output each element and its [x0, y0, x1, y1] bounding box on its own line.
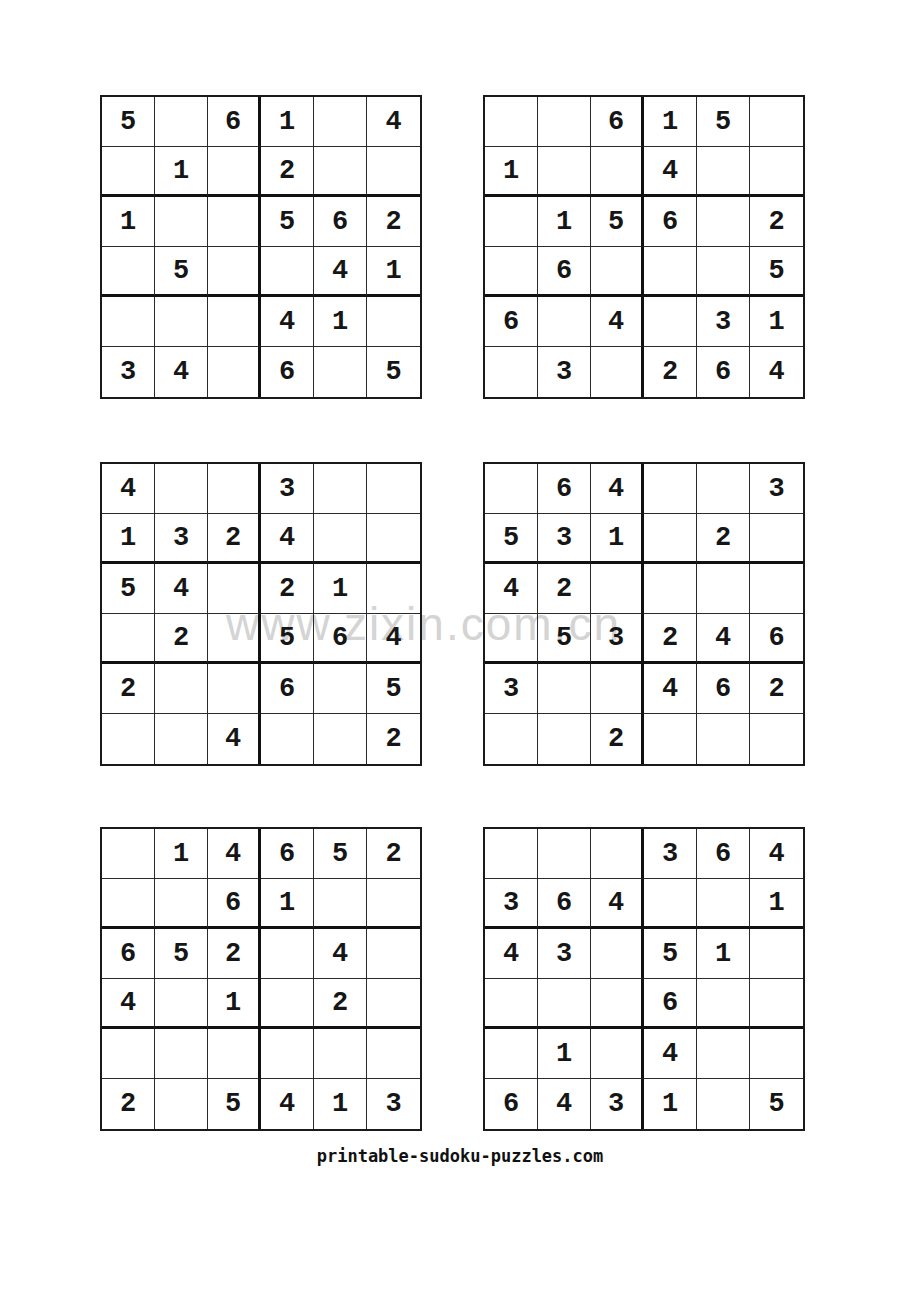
sudoku-cell	[591, 929, 644, 979]
sudoku-cell	[314, 714, 367, 764]
sudoku-cell: 6	[261, 829, 314, 879]
sudoku-cell: 4	[208, 714, 261, 764]
sudoku-cell	[155, 664, 208, 714]
sudoku-cell: 5	[697, 97, 750, 147]
sudoku-cell: 2	[591, 714, 644, 764]
sudoku-cell	[697, 1079, 750, 1129]
page: { "game": "sudoku", "variant": "6x6 sudo…	[0, 0, 920, 1302]
sudoku-cell: 6	[538, 879, 591, 929]
sudoku-cell: 4	[314, 929, 367, 979]
sudoku-cell	[485, 197, 538, 247]
sudoku-cell: 2	[102, 1079, 155, 1129]
sudoku-cell: 4	[485, 564, 538, 614]
sudoku-cell	[102, 247, 155, 297]
sudoku-cell	[208, 247, 261, 297]
sudoku-cell	[367, 514, 420, 564]
sudoku-cell: 2	[750, 197, 803, 247]
sudoku-cell: 4	[102, 979, 155, 1029]
sudoku-cell	[261, 714, 314, 764]
sudoku-cell: 2	[102, 664, 155, 714]
sudoku-cell: 4	[208, 829, 261, 879]
sudoku-cell: 3	[538, 347, 591, 397]
sudoku-cell	[485, 464, 538, 514]
sudoku-cell	[102, 879, 155, 929]
sudoku-cell: 1	[314, 297, 367, 347]
sudoku-grid-4: 6435312425324634622	[483, 462, 805, 766]
sudoku-cell: 2	[697, 514, 750, 564]
sudoku-cell	[208, 564, 261, 614]
sudoku-cell: 1	[261, 97, 314, 147]
sudoku-cell: 3	[750, 464, 803, 514]
sudoku-cell: 6	[485, 297, 538, 347]
sudoku-grid-3: 4313245421256426542	[100, 462, 422, 766]
sudoku-cell: 1	[155, 829, 208, 879]
sudoku-cell: 6	[697, 829, 750, 879]
sudoku-cell: 4	[644, 1029, 697, 1079]
sudoku-cell	[208, 614, 261, 664]
sudoku-cell: 3	[485, 879, 538, 929]
sudoku-cell: 1	[208, 979, 261, 1029]
sudoku-cell: 6	[314, 614, 367, 664]
sudoku-cell	[697, 147, 750, 197]
sudoku-cell: 4	[102, 464, 155, 514]
sudoku-cell	[208, 464, 261, 514]
sudoku-cell	[155, 979, 208, 1029]
sudoku-cell	[261, 979, 314, 1029]
sudoku-cell	[591, 664, 644, 714]
sudoku-cell: 2	[538, 564, 591, 614]
sudoku-cell	[538, 97, 591, 147]
sudoku-cell: 4	[591, 464, 644, 514]
sudoku-cell	[208, 147, 261, 197]
sudoku-cell	[102, 1029, 155, 1079]
sudoku-cell: 5	[367, 664, 420, 714]
sudoku-cell: 5	[644, 929, 697, 979]
sudoku-cell	[208, 197, 261, 247]
sudoku-cell: 4	[261, 297, 314, 347]
sudoku-cell	[485, 247, 538, 297]
sudoku-cell: 6	[538, 247, 591, 297]
sudoku-cell: 2	[644, 614, 697, 664]
sudoku-cell	[591, 979, 644, 1029]
sudoku-grid-5: 1465261652441225413	[100, 827, 422, 1131]
sudoku-cell	[538, 147, 591, 197]
sudoku-cell: 4	[750, 347, 803, 397]
sudoku-cell	[644, 514, 697, 564]
sudoku-cell	[261, 247, 314, 297]
sudoku-cell: 6	[208, 97, 261, 147]
sudoku-cell: 6	[208, 879, 261, 929]
sudoku-cell	[750, 564, 803, 614]
sudoku-cell: 4	[485, 929, 538, 979]
sudoku-cell: 2	[208, 514, 261, 564]
sudoku-cell	[485, 614, 538, 664]
sudoku-cell: 4	[750, 829, 803, 879]
sudoku-cell	[314, 879, 367, 929]
sudoku-cell: 5	[261, 197, 314, 247]
sudoku-cell: 4	[644, 664, 697, 714]
sudoku-cell: 3	[644, 829, 697, 879]
sudoku-cell: 4	[538, 1079, 591, 1129]
sudoku-cell	[591, 247, 644, 297]
sudoku-cell	[155, 1079, 208, 1129]
sudoku-cell: 3	[485, 664, 538, 714]
sudoku-cell: 2	[367, 197, 420, 247]
sudoku-cell	[750, 1029, 803, 1079]
sudoku-cell: 3	[591, 614, 644, 664]
sudoku-cell	[485, 347, 538, 397]
sudoku-cell	[644, 464, 697, 514]
sudoku-cell	[697, 247, 750, 297]
sudoku-cell: 1	[155, 147, 208, 197]
sudoku-cell: 5	[102, 564, 155, 614]
sudoku-cell: 1	[367, 247, 420, 297]
sudoku-cell	[697, 564, 750, 614]
sudoku-cell: 5	[155, 247, 208, 297]
sudoku-grid-2: 6151415626564313264	[483, 95, 805, 399]
sudoku-cell	[208, 297, 261, 347]
sudoku-cell: 3	[155, 514, 208, 564]
sudoku-cell	[367, 929, 420, 979]
sudoku-cell: 6	[538, 464, 591, 514]
sudoku-cell	[591, 1029, 644, 1079]
sudoku-cell	[485, 714, 538, 764]
sudoku-cell: 5	[314, 829, 367, 879]
sudoku-cell: 4	[261, 514, 314, 564]
sudoku-cell	[644, 297, 697, 347]
sudoku-cell	[367, 979, 420, 1029]
sudoku-cell	[314, 97, 367, 147]
sudoku-cell	[538, 714, 591, 764]
sudoku-cell	[644, 714, 697, 764]
sudoku-cell: 2	[644, 347, 697, 397]
sudoku-cell: 5	[750, 1079, 803, 1129]
sudoku-cell	[485, 979, 538, 1029]
sudoku-cell: 4	[697, 614, 750, 664]
sudoku-cell	[697, 464, 750, 514]
sudoku-cell: 4	[367, 97, 420, 147]
sudoku-cell: 4	[155, 347, 208, 397]
sudoku-cell: 3	[367, 1079, 420, 1129]
sudoku-cell	[538, 829, 591, 879]
sudoku-cell: 1	[314, 564, 367, 614]
sudoku-cell	[102, 614, 155, 664]
sudoku-cell: 1	[644, 1079, 697, 1129]
sudoku-cell	[485, 1029, 538, 1079]
sudoku-cell: 2	[314, 979, 367, 1029]
sudoku-cell	[367, 297, 420, 347]
sudoku-cell	[208, 664, 261, 714]
sudoku-cell: 5	[155, 929, 208, 979]
sudoku-cell: 6	[750, 614, 803, 664]
sudoku-cell: 6	[591, 97, 644, 147]
sudoku-cell	[261, 1029, 314, 1079]
sudoku-cell	[261, 929, 314, 979]
sudoku-cell	[697, 879, 750, 929]
sudoku-cell	[155, 297, 208, 347]
sudoku-cell: 3	[697, 297, 750, 347]
sudoku-cell	[697, 714, 750, 764]
sudoku-cell: 2	[367, 829, 420, 879]
sudoku-cell: 2	[367, 714, 420, 764]
sudoku-cell: 5	[750, 247, 803, 297]
sudoku-cell: 4	[155, 564, 208, 614]
sudoku-cell: 4	[591, 297, 644, 347]
sudoku-cell: 4	[644, 147, 697, 197]
sudoku-cell	[644, 247, 697, 297]
sudoku-cell: 4	[367, 614, 420, 664]
sudoku-cell	[591, 347, 644, 397]
sudoku-cell: 2	[208, 929, 261, 979]
sudoku-cell: 6	[314, 197, 367, 247]
sudoku-cell	[644, 879, 697, 929]
sudoku-cell: 2	[155, 614, 208, 664]
sudoku-cell	[314, 347, 367, 397]
sudoku-cell	[644, 564, 697, 614]
sudoku-cell	[155, 1029, 208, 1079]
sudoku-cell: 1	[314, 1079, 367, 1129]
sudoku-cell	[155, 197, 208, 247]
sudoku-cell	[697, 979, 750, 1029]
footer-site-url: printable-sudoku-puzzles.com	[0, 1146, 920, 1166]
sudoku-cell	[591, 829, 644, 879]
sudoku-cell: 1	[644, 97, 697, 147]
sudoku-cell: 1	[485, 147, 538, 197]
sudoku-cell	[485, 829, 538, 879]
sudoku-cell	[155, 97, 208, 147]
sudoku-cell	[485, 97, 538, 147]
sudoku-cell: 2	[261, 147, 314, 197]
sudoku-cell: 1	[750, 297, 803, 347]
sudoku-cell: 1	[102, 514, 155, 564]
sudoku-cell: 6	[697, 347, 750, 397]
sudoku-cell	[697, 197, 750, 247]
sudoku-cell: 6	[261, 664, 314, 714]
sudoku-cell	[314, 514, 367, 564]
sudoku-cell	[367, 1029, 420, 1079]
sudoku-cell	[314, 147, 367, 197]
sudoku-cell	[591, 147, 644, 197]
sudoku-cell: 6	[261, 347, 314, 397]
sudoku-cell: 5	[538, 614, 591, 664]
sudoku-cell: 3	[591, 1079, 644, 1129]
sudoku-cell	[538, 297, 591, 347]
sudoku-grid-1: 5614121562541413465	[100, 95, 422, 399]
sudoku-cell: 5	[591, 197, 644, 247]
sudoku-grid-6: 3643641435161464315	[483, 827, 805, 1131]
sudoku-cell	[208, 347, 261, 397]
sudoku-cell: 2	[750, 664, 803, 714]
sudoku-cell	[155, 464, 208, 514]
sudoku-cell: 3	[261, 464, 314, 514]
sudoku-cell	[538, 979, 591, 1029]
sudoku-cell: 3	[102, 347, 155, 397]
sudoku-cell: 5	[261, 614, 314, 664]
sudoku-cell	[750, 97, 803, 147]
sudoku-cell	[367, 464, 420, 514]
sudoku-cell	[697, 1029, 750, 1079]
sudoku-cell	[155, 714, 208, 764]
sudoku-cell: 1	[538, 197, 591, 247]
sudoku-cell	[102, 147, 155, 197]
sudoku-cell: 1	[102, 197, 155, 247]
sudoku-cell	[102, 714, 155, 764]
sudoku-cell: 6	[697, 664, 750, 714]
sudoku-cell: 5	[367, 347, 420, 397]
sudoku-cell	[208, 1029, 261, 1079]
sudoku-cell: 6	[102, 929, 155, 979]
sudoku-cell: 4	[314, 247, 367, 297]
sudoku-cell: 1	[591, 514, 644, 564]
sudoku-cell: 5	[208, 1079, 261, 1129]
sudoku-cell: 4	[261, 1079, 314, 1129]
sudoku-cell	[750, 929, 803, 979]
sudoku-cell	[750, 514, 803, 564]
sudoku-cell: 3	[538, 929, 591, 979]
sudoku-cell: 6	[644, 979, 697, 1029]
sudoku-cell	[102, 297, 155, 347]
sudoku-cell: 2	[261, 564, 314, 614]
sudoku-cell	[314, 1029, 367, 1079]
sudoku-cell	[367, 564, 420, 614]
sudoku-cell	[367, 879, 420, 929]
sudoku-cell	[538, 664, 591, 714]
sudoku-cell: 6	[485, 1079, 538, 1129]
sudoku-cell	[750, 714, 803, 764]
sudoku-cell	[314, 464, 367, 514]
sudoku-cell	[155, 879, 208, 929]
sudoku-cell	[102, 829, 155, 879]
sudoku-cell	[750, 979, 803, 1029]
sudoku-cell: 4	[591, 879, 644, 929]
sudoku-cell: 1	[750, 879, 803, 929]
sudoku-cell: 3	[538, 514, 591, 564]
sudoku-cell	[591, 564, 644, 614]
sudoku-cell	[367, 147, 420, 197]
sudoku-cell: 5	[485, 514, 538, 564]
sudoku-cell: 6	[644, 197, 697, 247]
sudoku-cell	[750, 147, 803, 197]
sudoku-cell: 1	[538, 1029, 591, 1079]
sudoku-cell: 1	[261, 879, 314, 929]
sudoku-cell	[314, 664, 367, 714]
sudoku-cell: 5	[102, 97, 155, 147]
sudoku-cell: 1	[697, 929, 750, 979]
